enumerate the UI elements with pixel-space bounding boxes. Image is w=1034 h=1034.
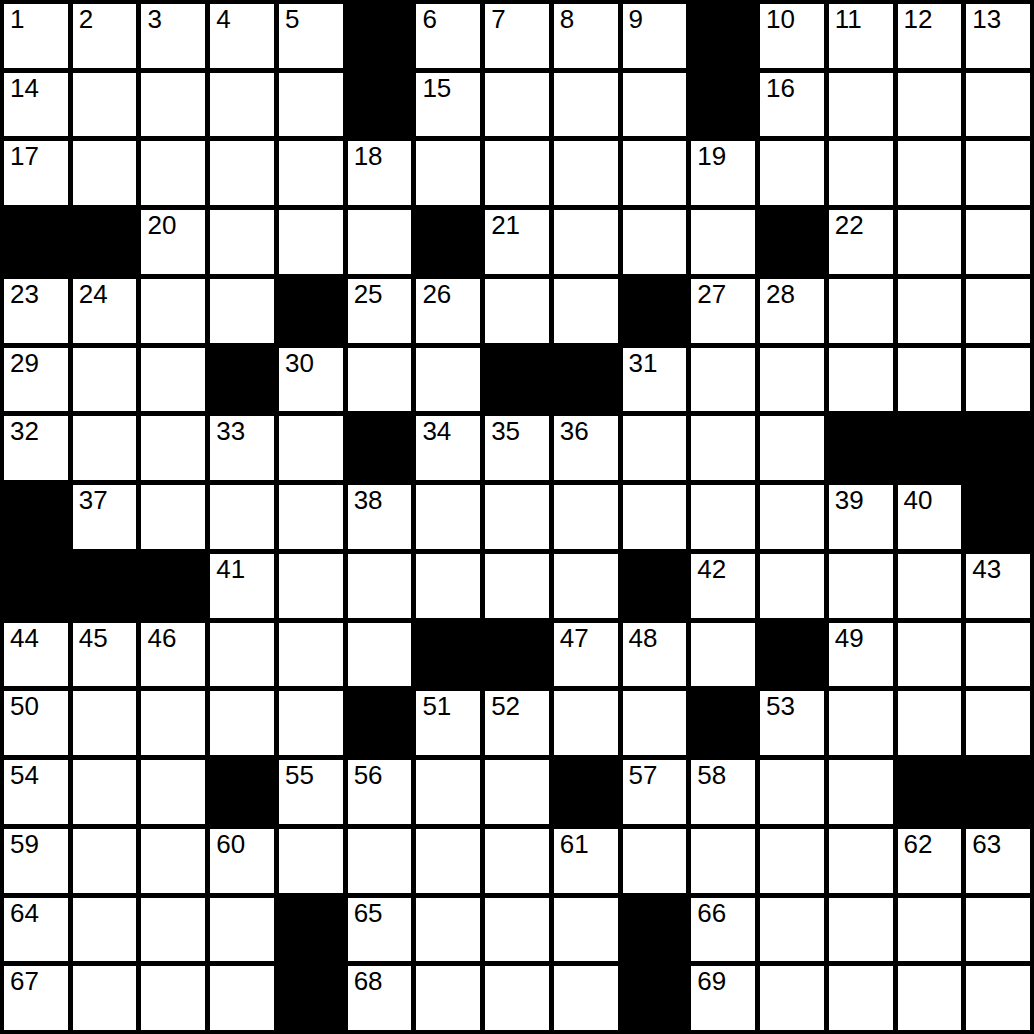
black-cell-r6c4 <box>210 348 274 412</box>
cell-r13c5[interactable] <box>279 829 343 893</box>
clue-number-32: 32 <box>10 418 39 445</box>
cell-r1c4[interactable]: 4 <box>210 4 274 68</box>
cell-r11c14[interactable] <box>898 691 962 755</box>
cell-r14c12[interactable] <box>760 898 824 962</box>
cell-r14c14[interactable] <box>898 898 962 962</box>
cell-r12c1[interactable]: 54 <box>4 760 68 824</box>
clue-number-35: 35 <box>491 418 520 445</box>
cell-r5c15[interactable] <box>966 279 1030 343</box>
cell-r11c15[interactable] <box>966 691 1030 755</box>
cell-r7c8[interactable]: 35 <box>485 416 549 480</box>
cell-r15c12[interactable] <box>760 966 824 1030</box>
cell-r11c10[interactable] <box>623 691 687 755</box>
clue-number-42: 42 <box>697 556 726 583</box>
cell-r3c14[interactable] <box>898 141 962 205</box>
cell-r9c7[interactable] <box>416 554 480 618</box>
clue-number-37: 37 <box>79 487 108 514</box>
cell-r2c5[interactable] <box>279 73 343 137</box>
cell-r3c10[interactable] <box>623 141 687 205</box>
cell-r5c4[interactable] <box>210 279 274 343</box>
black-cell-r5c10 <box>623 279 687 343</box>
black-cell-r9c3 <box>141 554 205 618</box>
clue-number-58: 58 <box>697 762 726 789</box>
cell-r4c6[interactable] <box>348 210 412 274</box>
cell-r8c9[interactable] <box>554 485 618 549</box>
clue-number-10: 10 <box>766 6 795 33</box>
cell-r7c1[interactable]: 32 <box>4 416 68 480</box>
cell-r14c7[interactable] <box>416 898 480 962</box>
clue-number-18: 18 <box>354 143 383 170</box>
cell-r10c6[interactable] <box>348 623 412 687</box>
cell-r6c11[interactable] <box>691 348 755 412</box>
black-cell-r8c15 <box>966 485 1030 549</box>
cell-r6c5[interactable]: 30 <box>279 348 343 412</box>
cell-r4c8[interactable]: 21 <box>485 210 549 274</box>
clue-number-13: 13 <box>972 6 1001 33</box>
cell-r1c15[interactable]: 13 <box>966 4 1030 68</box>
cell-r5c9[interactable] <box>554 279 618 343</box>
clue-number-25: 25 <box>354 281 383 308</box>
cell-r12c3[interactable] <box>141 760 205 824</box>
black-cell-r1c11 <box>691 4 755 68</box>
black-cell-r7c6 <box>348 416 412 480</box>
cell-r2c4[interactable] <box>210 73 274 137</box>
cell-r13c11[interactable] <box>691 829 755 893</box>
black-cell-r7c13 <box>829 416 893 480</box>
cell-r3c11[interactable]: 19 <box>691 141 755 205</box>
clue-number-33: 33 <box>216 418 245 445</box>
clue-number-14: 14 <box>10 75 39 102</box>
cell-r15c14[interactable] <box>898 966 962 1030</box>
cell-r10c14[interactable] <box>898 623 962 687</box>
cell-r12c12[interactable] <box>760 760 824 824</box>
cell-r4c3[interactable]: 20 <box>141 210 205 274</box>
black-cell-r8c1 <box>4 485 68 549</box>
clue-number-21: 21 <box>491 212 520 239</box>
cell-r15c13[interactable] <box>829 966 893 1030</box>
cell-r8c11[interactable] <box>691 485 755 549</box>
clue-number-49: 49 <box>835 625 864 652</box>
cell-r8c10[interactable] <box>623 485 687 549</box>
clue-number-17: 17 <box>10 143 39 170</box>
cell-r9c14[interactable] <box>898 554 962 618</box>
clue-number-66: 66 <box>697 900 726 927</box>
cell-r14c11[interactable]: 66 <box>691 898 755 962</box>
cell-r2c7[interactable]: 15 <box>416 73 480 137</box>
clue-number-36: 36 <box>560 418 589 445</box>
cell-r4c4[interactable] <box>210 210 274 274</box>
black-cell-r4c12 <box>760 210 824 274</box>
cell-r4c10[interactable] <box>623 210 687 274</box>
cell-r13c10[interactable] <box>623 829 687 893</box>
cell-r2c10[interactable] <box>623 73 687 137</box>
cell-r13c7[interactable] <box>416 829 480 893</box>
clue-number-9: 9 <box>629 6 643 33</box>
clue-number-3: 3 <box>147 6 161 33</box>
cell-r2c15[interactable] <box>966 73 1030 137</box>
cell-r13c8[interactable] <box>485 829 549 893</box>
cell-r2c9[interactable] <box>554 73 618 137</box>
cell-r9c15[interactable]: 43 <box>966 554 1030 618</box>
cell-r10c1[interactable]: 44 <box>4 623 68 687</box>
black-cell-r12c14 <box>898 760 962 824</box>
cell-r2c13[interactable] <box>829 73 893 137</box>
cell-r11c2[interactable] <box>73 691 137 755</box>
cell-r2c8[interactable] <box>485 73 549 137</box>
cell-r14c4[interactable] <box>210 898 274 962</box>
clue-number-56: 56 <box>354 762 383 789</box>
cell-r10c11[interactable] <box>691 623 755 687</box>
cell-r6c2[interactable] <box>73 348 137 412</box>
cell-r4c15[interactable] <box>966 210 1030 274</box>
cell-r3c1[interactable]: 17 <box>4 141 68 205</box>
cell-r14c6[interactable]: 65 <box>348 898 412 962</box>
cell-r2c3[interactable] <box>141 73 205 137</box>
cell-r12c5[interactable]: 55 <box>279 760 343 824</box>
clue-number-60: 60 <box>216 831 245 858</box>
cell-r13c12[interactable] <box>760 829 824 893</box>
clue-number-57: 57 <box>629 762 658 789</box>
cell-r10c4[interactable] <box>210 623 274 687</box>
cell-r11c5[interactable] <box>279 691 343 755</box>
clue-number-48: 48 <box>629 625 658 652</box>
clue-number-44: 44 <box>10 625 39 652</box>
cell-r7c3[interactable] <box>141 416 205 480</box>
clue-number-55: 55 <box>285 762 314 789</box>
black-cell-r2c11 <box>691 73 755 137</box>
black-cell-r11c11 <box>691 691 755 755</box>
cell-r9c12[interactable] <box>760 554 824 618</box>
cell-r10c10[interactable]: 48 <box>623 623 687 687</box>
cell-r2c12[interactable]: 16 <box>760 73 824 137</box>
black-cell-r12c9 <box>554 760 618 824</box>
cell-r5c2[interactable]: 24 <box>73 279 137 343</box>
clue-number-47: 47 <box>560 625 589 652</box>
black-cell-r10c8 <box>485 623 549 687</box>
clue-number-34: 34 <box>422 418 451 445</box>
clue-number-51: 51 <box>422 693 451 720</box>
clue-number-61: 61 <box>560 831 589 858</box>
cell-r7c2[interactable] <box>73 416 137 480</box>
clue-number-12: 12 <box>904 6 933 33</box>
clue-number-38: 38 <box>354 487 383 514</box>
cell-r6c6[interactable] <box>348 348 412 412</box>
clue-number-8: 8 <box>560 6 574 33</box>
black-cell-r1c6 <box>348 4 412 68</box>
cell-r6c7[interactable] <box>416 348 480 412</box>
clue-number-30: 30 <box>285 350 314 377</box>
cell-r4c9[interactable] <box>554 210 618 274</box>
cell-r12c2[interactable] <box>73 760 137 824</box>
cell-r10c13[interactable]: 49 <box>829 623 893 687</box>
cell-r3c2[interactable] <box>73 141 137 205</box>
cell-r3c12[interactable] <box>760 141 824 205</box>
cell-r12c13[interactable] <box>829 760 893 824</box>
cell-r1c9[interactable]: 8 <box>554 4 618 68</box>
clue-number-46: 46 <box>147 625 176 652</box>
black-cell-r11c6 <box>348 691 412 755</box>
cell-r12c10[interactable]: 57 <box>623 760 687 824</box>
cell-r5c7[interactable]: 26 <box>416 279 480 343</box>
cell-r1c12[interactable]: 10 <box>760 4 824 68</box>
cell-r3c15[interactable] <box>966 141 1030 205</box>
clue-number-24: 24 <box>79 281 108 308</box>
cell-r9c4[interactable]: 41 <box>210 554 274 618</box>
cell-r14c8[interactable] <box>485 898 549 962</box>
cell-r7c12[interactable] <box>760 416 824 480</box>
cell-r3c3[interactable] <box>141 141 205 205</box>
cell-r1c8[interactable]: 7 <box>485 4 549 68</box>
clue-number-16: 16 <box>766 75 795 102</box>
cell-r6c10[interactable]: 31 <box>623 348 687 412</box>
cell-r5c14[interactable] <box>898 279 962 343</box>
cell-r6c13[interactable] <box>829 348 893 412</box>
black-cell-r15c5 <box>279 966 343 1030</box>
cell-r14c15[interactable] <box>966 898 1030 962</box>
cell-r11c8[interactable]: 52 <box>485 691 549 755</box>
cell-r9c11[interactable]: 42 <box>691 554 755 618</box>
cell-r6c14[interactable] <box>898 348 962 412</box>
cell-r5c1[interactable]: 23 <box>4 279 68 343</box>
cell-r14c9[interactable] <box>554 898 618 962</box>
cell-r15c4[interactable] <box>210 966 274 1030</box>
clue-number-31: 31 <box>629 350 658 377</box>
clue-number-40: 40 <box>904 487 933 514</box>
cell-r8c8[interactable] <box>485 485 549 549</box>
cell-r1c2[interactable]: 2 <box>73 4 137 68</box>
cell-r13c2[interactable] <box>73 829 137 893</box>
cell-r14c13[interactable] <box>829 898 893 962</box>
cell-r1c3[interactable]: 3 <box>141 4 205 68</box>
black-cell-r15c10 <box>623 966 687 1030</box>
cell-r1c14[interactable]: 12 <box>898 4 962 68</box>
cell-r1c13[interactable]: 11 <box>829 4 893 68</box>
cell-r11c7[interactable]: 51 <box>416 691 480 755</box>
clue-number-22: 22 <box>835 212 864 239</box>
black-cell-r4c1 <box>4 210 68 274</box>
cell-r2c14[interactable] <box>898 73 962 137</box>
clue-number-54: 54 <box>10 762 39 789</box>
cell-r5c12[interactable]: 28 <box>760 279 824 343</box>
clue-number-20: 20 <box>147 212 176 239</box>
clue-number-52: 52 <box>491 693 520 720</box>
clue-number-68: 68 <box>354 968 383 995</box>
cell-r1c10[interactable]: 9 <box>623 4 687 68</box>
cell-r10c9[interactable]: 47 <box>554 623 618 687</box>
clue-number-63: 63 <box>972 831 1001 858</box>
black-cell-r9c10 <box>623 554 687 618</box>
cell-r8c13[interactable]: 39 <box>829 485 893 549</box>
cell-r13c13[interactable] <box>829 829 893 893</box>
clue-number-6: 6 <box>422 6 436 33</box>
black-cell-r6c8 <box>485 348 549 412</box>
cell-r9c13[interactable] <box>829 554 893 618</box>
cell-r15c15[interactable] <box>966 966 1030 1030</box>
clue-number-4: 4 <box>216 6 230 33</box>
clue-number-5: 5 <box>285 6 299 33</box>
cell-r3c4[interactable] <box>210 141 274 205</box>
cell-r14c3[interactable] <box>141 898 205 962</box>
clue-number-53: 53 <box>766 693 795 720</box>
clue-number-65: 65 <box>354 900 383 927</box>
cell-r15c9[interactable] <box>554 966 618 1030</box>
black-cell-r9c2 <box>73 554 137 618</box>
cell-r4c14[interactable] <box>898 210 962 274</box>
cell-r3c9[interactable] <box>554 141 618 205</box>
cell-r5c3[interactable] <box>141 279 205 343</box>
cell-r4c13[interactable]: 22 <box>829 210 893 274</box>
cell-r13c9[interactable]: 61 <box>554 829 618 893</box>
cell-r9c9[interactable] <box>554 554 618 618</box>
clue-number-27: 27 <box>697 281 726 308</box>
cell-r8c2[interactable]: 37 <box>73 485 137 549</box>
cell-r6c15[interactable] <box>966 348 1030 412</box>
cell-r9c6[interactable] <box>348 554 412 618</box>
cell-r13c15[interactable]: 63 <box>966 829 1030 893</box>
cell-r4c11[interactable] <box>691 210 755 274</box>
cell-r8c5[interactable] <box>279 485 343 549</box>
cell-r12c11[interactable]: 58 <box>691 760 755 824</box>
cell-r8c6[interactable]: 38 <box>348 485 412 549</box>
cell-r5c13[interactable] <box>829 279 893 343</box>
cell-r1c1[interactable]: 1 <box>4 4 68 68</box>
clue-number-29: 29 <box>10 350 39 377</box>
clue-number-45: 45 <box>79 625 108 652</box>
clue-number-1: 1 <box>10 6 24 33</box>
cell-r7c5[interactable] <box>279 416 343 480</box>
cell-r3c13[interactable] <box>829 141 893 205</box>
clue-number-50: 50 <box>10 693 39 720</box>
cell-r11c12[interactable]: 53 <box>760 691 824 755</box>
cell-r15c8[interactable] <box>485 966 549 1030</box>
black-cell-r4c2 <box>73 210 137 274</box>
cell-r10c5[interactable] <box>279 623 343 687</box>
black-cell-r7c15 <box>966 416 1030 480</box>
black-cell-r6c9 <box>554 348 618 412</box>
cell-r15c7[interactable] <box>416 966 480 1030</box>
cell-r1c5[interactable]: 5 <box>279 4 343 68</box>
black-cell-r14c5 <box>279 898 343 962</box>
cell-r12c7[interactable] <box>416 760 480 824</box>
clue-number-28: 28 <box>766 281 795 308</box>
cell-r8c12[interactable] <box>760 485 824 549</box>
cell-r3c8[interactable] <box>485 141 549 205</box>
clue-number-62: 62 <box>904 831 933 858</box>
black-cell-r9c1 <box>4 554 68 618</box>
cell-r14c1[interactable]: 64 <box>4 898 68 962</box>
cell-r6c3[interactable] <box>141 348 205 412</box>
black-cell-r12c15 <box>966 760 1030 824</box>
cell-r10c15[interactable] <box>966 623 1030 687</box>
black-cell-r10c7 <box>416 623 480 687</box>
clue-number-67: 67 <box>10 968 39 995</box>
cell-r10c2[interactable]: 45 <box>73 623 137 687</box>
black-cell-r4c7 <box>416 210 480 274</box>
cell-r5c6[interactable]: 25 <box>348 279 412 343</box>
cell-r8c3[interactable] <box>141 485 205 549</box>
cell-r13c6[interactable] <box>348 829 412 893</box>
cell-r9c8[interactable] <box>485 554 549 618</box>
cell-r13c3[interactable] <box>141 829 205 893</box>
clue-number-15: 15 <box>422 75 451 102</box>
cell-r14c2[interactable] <box>73 898 137 962</box>
cell-r7c10[interactable] <box>623 416 687 480</box>
cell-r7c4[interactable]: 33 <box>210 416 274 480</box>
cell-r2c1[interactable]: 14 <box>4 73 68 137</box>
cell-r5c11[interactable]: 27 <box>691 279 755 343</box>
cell-r3c5[interactable] <box>279 141 343 205</box>
black-cell-r14c10 <box>623 898 687 962</box>
clue-number-64: 64 <box>10 900 39 927</box>
cell-r13c4[interactable]: 60 <box>210 829 274 893</box>
cell-r7c9[interactable]: 36 <box>554 416 618 480</box>
cell-r10c3[interactable]: 46 <box>141 623 205 687</box>
cell-r8c14[interactable]: 40 <box>898 485 962 549</box>
clue-number-2: 2 <box>79 6 93 33</box>
black-cell-r2c6 <box>348 73 412 137</box>
black-cell-r10c12 <box>760 623 824 687</box>
clue-number-11: 11 <box>835 6 862 33</box>
clue-number-26: 26 <box>422 281 451 308</box>
cell-r6c12[interactable] <box>760 348 824 412</box>
cell-r11c13[interactable] <box>829 691 893 755</box>
cell-r9c5[interactable] <box>279 554 343 618</box>
cell-r11c3[interactable] <box>141 691 205 755</box>
cell-r15c3[interactable] <box>141 966 205 1030</box>
crossword-grid: 1234567891011121314151617181920212223242… <box>0 0 1034 1034</box>
clue-number-59: 59 <box>10 831 39 858</box>
clue-number-7: 7 <box>491 6 505 33</box>
clue-number-23: 23 <box>10 281 39 308</box>
cell-r4c5[interactable] <box>279 210 343 274</box>
cell-r8c4[interactable] <box>210 485 274 549</box>
clue-number-39: 39 <box>835 487 864 514</box>
black-cell-r5c5 <box>279 279 343 343</box>
cell-r13c14[interactable]: 62 <box>898 829 962 893</box>
cell-r7c11[interactable] <box>691 416 755 480</box>
black-cell-r12c4 <box>210 760 274 824</box>
cell-r6c1[interactable]: 29 <box>4 348 68 412</box>
cell-r12c8[interactable] <box>485 760 549 824</box>
cell-r15c2[interactable] <box>73 966 137 1030</box>
cell-r11c4[interactable] <box>210 691 274 755</box>
clue-number-41: 41 <box>216 556 245 583</box>
cell-r15c1[interactable]: 67 <box>4 966 68 1030</box>
cell-r1c7[interactable]: 6 <box>416 4 480 68</box>
cell-r15c6[interactable]: 68 <box>348 966 412 1030</box>
cell-r15c11[interactable]: 69 <box>691 966 755 1030</box>
cell-r13c1[interactable]: 59 <box>4 829 68 893</box>
clue-number-19: 19 <box>697 143 726 170</box>
cell-r12c6[interactable]: 56 <box>348 760 412 824</box>
cell-r11c1[interactable]: 50 <box>4 691 68 755</box>
cell-r8c7[interactable] <box>416 485 480 549</box>
black-cell-r7c14 <box>898 416 962 480</box>
clue-number-69: 69 <box>697 968 726 995</box>
cell-r3c6[interactable]: 18 <box>348 141 412 205</box>
cell-r3c7[interactable] <box>416 141 480 205</box>
cell-r2c2[interactable] <box>73 73 137 137</box>
clue-number-43: 43 <box>972 556 1001 583</box>
cell-r7c7[interactable]: 34 <box>416 416 480 480</box>
cell-r11c9[interactable] <box>554 691 618 755</box>
cell-r5c8[interactable] <box>485 279 549 343</box>
